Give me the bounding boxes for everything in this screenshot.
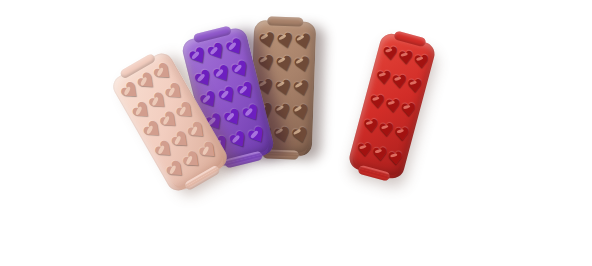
product-photo-stage: ♥♥♥♥♥♥♥♥♥♥♥♥♥♥♥♥♥♥♥♥♥♥♥♥♥♥♥♥♥♥♥♥♥♥♥♥♥♥♥♥… (0, 0, 592, 266)
cavity-cell: ♥ (292, 77, 311, 101)
heart-cavity-icon: ♥ (394, 125, 411, 144)
heart-cavity-icon: ♥ (290, 77, 313, 101)
heart-cavity-icon: ♥ (413, 53, 430, 72)
molds-layer: ♥♥♥♥♥♥♥♥♥♥♥♥♥♥♥♥♥♥♥♥♥♥♥♥♥♥♥♥♥♥♥♥♥♥♥♥♥♥♥♥… (0, 0, 592, 266)
heart-cavity-icon: ♥ (290, 100, 313, 124)
heart-cavity-icon: ♥ (291, 53, 314, 77)
mold-red: ♥♥♥♥♥♥♥♥♥♥♥♥♥♥♥ (347, 31, 437, 181)
heart-cavity-icon: ♥ (407, 77, 424, 96)
cavity-cell: ♥ (292, 100, 311, 124)
heart-cavity-icon: ♥ (400, 101, 417, 120)
cavity-grid: ♥♥♥♥♥♥♥♥♥♥♥♥♥♥♥ (354, 40, 431, 172)
mold-tab-top (267, 16, 303, 26)
cavity-cell: ♥ (294, 29, 313, 53)
heart-cavity-icon: ♥ (292, 29, 315, 53)
cavity-cell: ♥ (293, 53, 312, 77)
